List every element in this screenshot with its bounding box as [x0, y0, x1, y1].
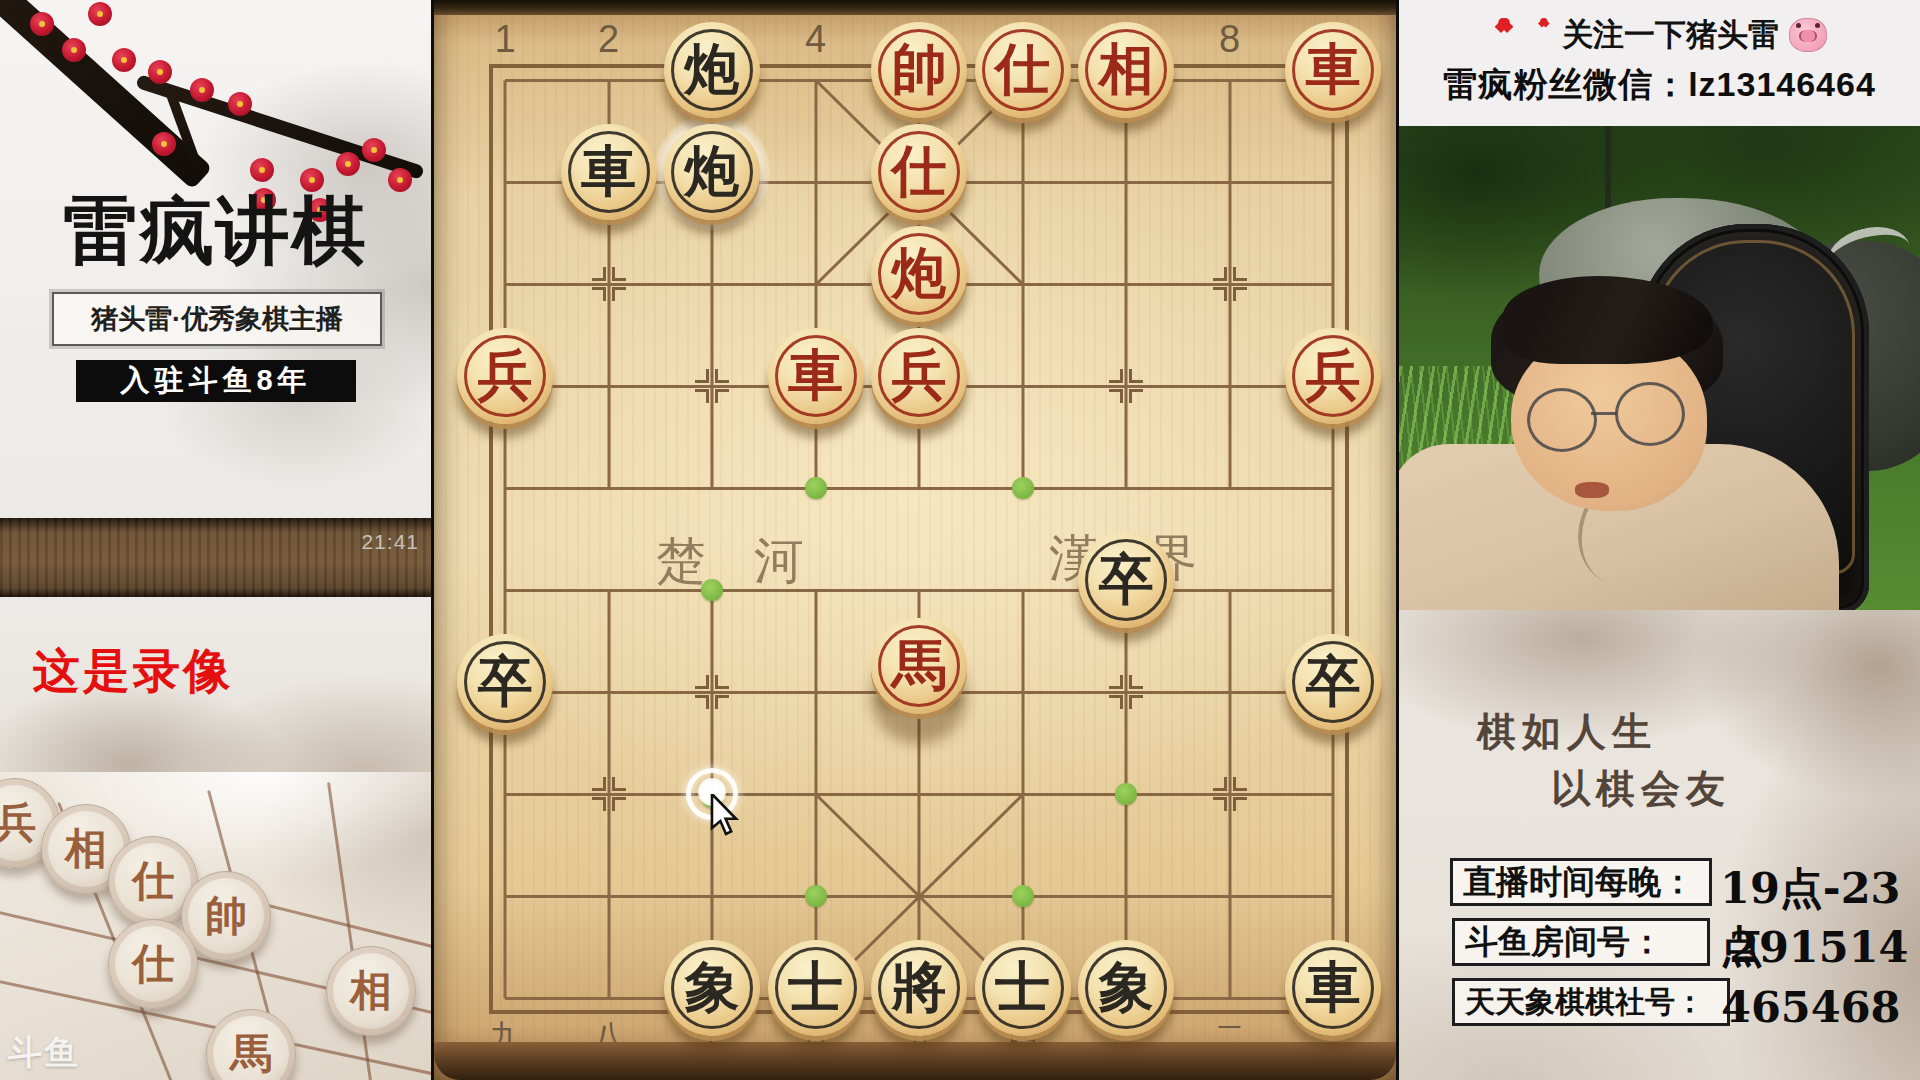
- motto-line2: 以棋会友: [1551, 762, 1731, 816]
- poster-title: 雷疯讲棋: [0, 182, 431, 282]
- board-frame-bottom: [434, 1042, 1396, 1080]
- piece-black-象-f3r9[interactable]: 象: [664, 940, 760, 1036]
- douyu-watermark: 斗鱼 douyu.com: [8, 1030, 81, 1080]
- move-hint-dot[interactable]: [701, 579, 723, 601]
- piece-black-炮-f3r1[interactable]: 炮: [664, 124, 760, 220]
- point-marker: [695, 369, 729, 403]
- mouse-cursor: [710, 794, 746, 838]
- right-info-panel: 关注一下猪头雷 雷疯粉丝微信：lz13146464 棋如人生 以棋会: [1399, 0, 1920, 1080]
- follow-text: 关注一下猪头雷: [1562, 14, 1779, 56]
- glasses-left-lens: [1527, 388, 1597, 452]
- point-marker: [1213, 267, 1247, 301]
- left-decor-panel: 雷疯讲棋 猪头雷·优秀象棋主播 入驻斗鱼8年 21:41 这是录像 兵相仕帥仕相…: [0, 0, 431, 1080]
- plum-blossom-icon: [190, 78, 214, 102]
- board-frame-top: [434, 0, 1396, 15]
- piece-red-相-f7r0[interactable]: 相: [1078, 22, 1174, 118]
- heart-icon: [1492, 17, 1552, 53]
- piece-black-卒-f7r5[interactable]: 卒: [1078, 532, 1174, 628]
- plum-blossom-icon: [362, 138, 386, 162]
- glasses-right-lens: [1615, 382, 1685, 446]
- piece-black-炮-f3r0[interactable]: 炮: [664, 22, 760, 118]
- piece-black-士-f4r9[interactable]: 士: [768, 940, 864, 1036]
- piece-red-炮-f5r2[interactable]: 炮: [871, 226, 967, 322]
- river-label-left: 楚河: [656, 528, 852, 595]
- move-hint-dot[interactable]: [1115, 783, 1137, 805]
- piece-black-車-f2r1[interactable]: 車: [561, 124, 657, 220]
- motto-line1: 棋如人生: [1477, 705, 1657, 759]
- piece-red-兵-f1r3[interactable]: 兵: [457, 328, 553, 424]
- piece-black-卒-f9r6[interactable]: 卒: [1285, 634, 1381, 730]
- info-row-label-box: 斗鱼房间号：: [1452, 918, 1710, 966]
- photo-piece-相: 相: [326, 946, 416, 1036]
- plum-blossom-icon: [62, 38, 86, 62]
- file-number-top: 8: [1200, 18, 1260, 61]
- photo-piece-馬: 馬: [206, 1009, 296, 1080]
- plum-blossom-icon: [250, 158, 274, 182]
- piece-black-車-f9r9[interactable]: 車: [1285, 940, 1381, 1036]
- point-marker: [1213, 777, 1247, 811]
- point-marker: [592, 777, 626, 811]
- point-marker: [592, 267, 626, 301]
- piece-black-卒-f1r6[interactable]: 卒: [457, 634, 553, 730]
- follow-banner: 关注一下猪头雷 雷疯粉丝微信：lz13146464: [1399, 0, 1920, 127]
- move-hint-dot[interactable]: [805, 477, 827, 499]
- plum-blossom-icon: [88, 2, 112, 26]
- douyu-watermark-sub: douyu.com: [8, 1076, 81, 1080]
- point-marker: [1109, 675, 1143, 709]
- poster-subtitle: 猪头雷·优秀象棋主播: [52, 292, 382, 346]
- wechat-id-text: 雷疯粉丝微信：lz13146464: [1399, 62, 1920, 108]
- move-hint-dot[interactable]: [805, 885, 827, 907]
- info-row-value: 291514: [1729, 922, 1909, 972]
- plum-blossom-icon: [112, 48, 136, 72]
- streamer-poster: 雷疯讲棋 猪头雷·优秀象棋主播 入驻斗鱼8年: [0, 0, 431, 518]
- file-number-top: 4: [786, 18, 846, 61]
- info-row-label-box: 天天象棋棋社号：: [1452, 978, 1730, 1026]
- file-number-top: 1: [475, 18, 535, 61]
- plum-blossom-icon: [148, 60, 172, 84]
- piece-black-士-f6r9[interactable]: 士: [975, 940, 1071, 1036]
- recording-overlay-text: 这是录像: [33, 640, 233, 703]
- piece-red-仕-f6r0[interactable]: 仕: [975, 22, 1071, 118]
- file-number-top: 2: [579, 18, 639, 61]
- streamer-mouth: [1575, 482, 1609, 498]
- stream-screen: 雷疯讲棋 猪头雷·优秀象棋主播 入驻斗鱼8年 21:41 这是录像 兵相仕帥仕相…: [0, 0, 1920, 1080]
- move-hint-dot[interactable]: [1012, 885, 1034, 907]
- piece-red-馬-f5r6[interactable]: 馬: [871, 618, 967, 714]
- point-marker: [695, 675, 729, 709]
- xiangqi-board: 楚河 漢界 123456789九八七六五四三二一 炮帥仕相車車炮仕炮兵車兵兵卒卒…: [431, 0, 1399, 1080]
- piece-black-將-f5r9[interactable]: 將: [871, 940, 967, 1036]
- piece-red-兵-f5r3[interactable]: 兵: [871, 328, 967, 424]
- move-hint-dot[interactable]: [1012, 477, 1034, 499]
- photo-piece-仕: 仕: [108, 919, 198, 1009]
- plum-blossom-icon: [336, 152, 360, 176]
- follow-banner-line1: 关注一下猪头雷: [1399, 14, 1920, 56]
- grid-line: [504, 80, 507, 998]
- point-marker: [1109, 369, 1143, 403]
- piece-red-車-f4r3[interactable]: 車: [768, 328, 864, 424]
- poster-banner: 入驻斗鱼8年: [76, 360, 356, 402]
- piece-red-仕-f5r1[interactable]: 仕: [871, 124, 967, 220]
- streamer-webcam: [1399, 126, 1920, 610]
- plum-blossom-icon: [152, 132, 176, 156]
- stream-info-section: 棋如人生 以棋会友 直播时间每晚：19点-23点斗鱼房间号：291514天天象棋…: [1399, 610, 1920, 1080]
- video-timestamp: 21:41: [361, 530, 419, 554]
- piece-red-車-f9r0[interactable]: 車: [1285, 22, 1381, 118]
- grid-line: [1125, 80, 1128, 488]
- piece-red-兵-f9r3[interactable]: 兵: [1285, 328, 1381, 424]
- info-row-value: 465468: [1721, 982, 1901, 1032]
- plum-blossom-icon: [228, 92, 252, 116]
- grid-line: [1332, 80, 1335, 998]
- info-row-label-box: 直播时间每晚：: [1450, 858, 1712, 906]
- piece-red-帥-f5r0[interactable]: 帥: [871, 22, 967, 118]
- glasses-bridge: [1591, 412, 1617, 415]
- plum-blossom-icon: [30, 12, 54, 36]
- piece-black-象-f7r9[interactable]: 象: [1078, 940, 1174, 1036]
- pig-emoji-icon: [1789, 18, 1827, 52]
